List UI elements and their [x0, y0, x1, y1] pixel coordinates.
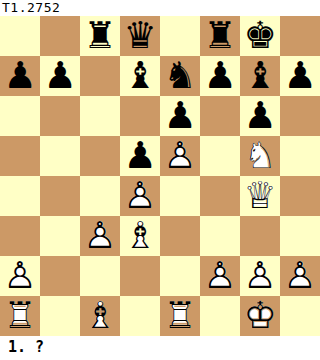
square-b1[interactable] [40, 296, 80, 336]
square-h8[interactable] [280, 16, 320, 56]
square-a8[interactable] [0, 16, 40, 56]
white-pawn: ♟♙ [80, 216, 120, 256]
square-c8[interactable]: ♜ [80, 16, 120, 56]
black-pawn: ♟ [160, 96, 200, 136]
square-f1[interactable] [200, 296, 240, 336]
white-rook: ♜♖ [0, 296, 40, 336]
square-a5[interactable] [0, 136, 40, 176]
square-h6[interactable] [280, 96, 320, 136]
chess-puzzle-page: T1.2752 ♜♛♜♚♟♟♝♞♟♝♟♟♟♟♟♙♞♘♟♙♛♕♟♙♝♗♟♙♟♙♟♙… [0, 0, 320, 360]
square-e2[interactable] [160, 256, 200, 296]
square-a1[interactable]: ♜♖ [0, 296, 40, 336]
square-g3[interactable] [240, 216, 280, 256]
white-bishop: ♝♗ [80, 296, 120, 336]
square-d1[interactable] [120, 296, 160, 336]
square-g6[interactable]: ♟ [240, 96, 280, 136]
square-e1[interactable]: ♜♖ [160, 296, 200, 336]
white-pawn: ♟♙ [200, 256, 240, 296]
square-h3[interactable] [280, 216, 320, 256]
black-pawn: ♟ [280, 56, 320, 96]
white-bishop: ♝♗ [120, 216, 160, 256]
square-h1[interactable] [280, 296, 320, 336]
square-h5[interactable] [280, 136, 320, 176]
square-g5[interactable]: ♞♘ [240, 136, 280, 176]
white-knight: ♞♘ [240, 136, 280, 176]
square-b3[interactable] [40, 216, 80, 256]
square-c1[interactable]: ♝♗ [80, 296, 120, 336]
square-f5[interactable] [200, 136, 240, 176]
square-h7[interactable]: ♟ [280, 56, 320, 96]
square-c4[interactable] [80, 176, 120, 216]
square-f7[interactable]: ♟ [200, 56, 240, 96]
black-pawn: ♟ [40, 56, 80, 96]
black-rook: ♜ [200, 16, 240, 56]
square-f2[interactable]: ♟♙ [200, 256, 240, 296]
square-a6[interactable] [0, 96, 40, 136]
square-b4[interactable] [40, 176, 80, 216]
white-queen: ♛♕ [240, 176, 280, 216]
square-e4[interactable] [160, 176, 200, 216]
white-pawn: ♟♙ [120, 176, 160, 216]
square-e8[interactable] [160, 16, 200, 56]
square-e5[interactable]: ♟♙ [160, 136, 200, 176]
square-c3[interactable]: ♟♙ [80, 216, 120, 256]
move-prompt: 1. ? [0, 336, 320, 360]
black-knight: ♞ [160, 56, 200, 96]
black-pawn: ♟ [200, 56, 240, 96]
black-bishop: ♝ [120, 56, 160, 96]
square-g8[interactable]: ♚ [240, 16, 280, 56]
square-d5[interactable]: ♟ [120, 136, 160, 176]
square-a2[interactable]: ♟♙ [0, 256, 40, 296]
square-g4[interactable]: ♛♕ [240, 176, 280, 216]
square-f3[interactable] [200, 216, 240, 256]
square-c6[interactable] [80, 96, 120, 136]
square-a3[interactable] [0, 216, 40, 256]
square-b8[interactable] [40, 16, 80, 56]
white-pawn: ♟♙ [0, 256, 40, 296]
white-king: ♚♔ [240, 296, 280, 336]
square-h4[interactable] [280, 176, 320, 216]
square-f8[interactable]: ♜ [200, 16, 240, 56]
black-king: ♚ [240, 16, 280, 56]
white-pawn: ♟♙ [280, 256, 320, 296]
square-b2[interactable] [40, 256, 80, 296]
black-pawn: ♟ [0, 56, 40, 96]
square-g1[interactable]: ♚♔ [240, 296, 280, 336]
white-pawn: ♟♙ [160, 136, 200, 176]
black-rook: ♜ [80, 16, 120, 56]
square-a7[interactable]: ♟ [0, 56, 40, 96]
chess-board: ♜♛♜♚♟♟♝♞♟♝♟♟♟♟♟♙♞♘♟♙♛♕♟♙♝♗♟♙♟♙♟♙♟♙♜♖♝♗♜♖… [0, 16, 320, 336]
black-queen: ♛ [120, 16, 160, 56]
square-c5[interactable] [80, 136, 120, 176]
square-e6[interactable]: ♟ [160, 96, 200, 136]
black-pawn: ♟ [120, 136, 160, 176]
square-b7[interactable]: ♟ [40, 56, 80, 96]
white-pawn: ♟♙ [240, 256, 280, 296]
white-rook: ♜♖ [160, 296, 200, 336]
square-f4[interactable] [200, 176, 240, 216]
square-b6[interactable] [40, 96, 80, 136]
square-a4[interactable] [0, 176, 40, 216]
square-c2[interactable] [80, 256, 120, 296]
square-h2[interactable]: ♟♙ [280, 256, 320, 296]
square-d3[interactable]: ♝♗ [120, 216, 160, 256]
black-bishop: ♝ [240, 56, 280, 96]
black-pawn: ♟ [240, 96, 280, 136]
square-g7[interactable]: ♝ [240, 56, 280, 96]
square-f6[interactable] [200, 96, 240, 136]
square-d6[interactable] [120, 96, 160, 136]
square-c7[interactable] [80, 56, 120, 96]
square-e3[interactable] [160, 216, 200, 256]
square-d7[interactable]: ♝ [120, 56, 160, 96]
square-b5[interactable] [40, 136, 80, 176]
square-g2[interactable]: ♟♙ [240, 256, 280, 296]
square-d8[interactable]: ♛ [120, 16, 160, 56]
square-e7[interactable]: ♞ [160, 56, 200, 96]
square-d2[interactable] [120, 256, 160, 296]
square-d4[interactable]: ♟♙ [120, 176, 160, 216]
